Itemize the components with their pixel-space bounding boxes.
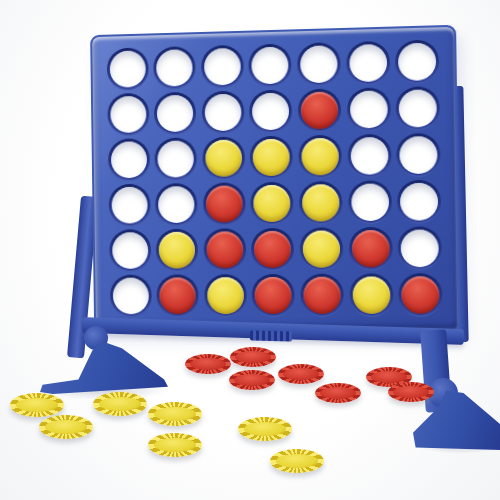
empty-hole — [398, 42, 436, 80]
empty-hole — [399, 89, 437, 127]
yellow-disc — [253, 138, 290, 176]
yellow-loose-disc[interactable] — [39, 415, 93, 439]
yellow-loose-disc[interactable] — [270, 449, 324, 473]
cell-r2-c1[interactable] — [107, 92, 149, 135]
board-grid — [104, 37, 446, 318]
red-loose-disc[interactable] — [185, 354, 231, 374]
empty-hole — [205, 93, 242, 131]
cell-r4-c1[interactable] — [108, 183, 150, 226]
cell-r2-c3[interactable] — [202, 90, 245, 134]
cell-r4-c7[interactable] — [397, 179, 442, 223]
empty-hole — [350, 136, 388, 174]
cell-r4-c3[interactable] — [203, 182, 246, 225]
yellow-disc — [207, 277, 244, 314]
cell-r6-c4[interactable] — [252, 273, 295, 316]
empty-hole — [252, 46, 289, 84]
red-loose-disc[interactable] — [230, 347, 276, 367]
yellow-loose-disc[interactable] — [93, 392, 147, 416]
red-disc — [303, 276, 341, 313]
empty-hole — [351, 183, 389, 221]
cell-r3-c2[interactable] — [155, 137, 198, 180]
empty-hole — [158, 140, 195, 177]
cell-r5-c2[interactable] — [156, 228, 199, 271]
disc-release-slider[interactable] — [250, 330, 292, 341]
cell-r5-c7[interactable] — [398, 226, 443, 270]
cell-r5-c6[interactable] — [348, 226, 392, 270]
yellow-disc — [302, 184, 340, 222]
red-loose-disc[interactable] — [278, 364, 324, 384]
cell-r3-c5[interactable] — [298, 134, 342, 178]
board-frame — [90, 25, 460, 332]
empty-hole — [111, 141, 147, 178]
red-loose-disc[interactable] — [315, 383, 361, 403]
empty-hole — [111, 186, 147, 223]
red-loose-disc[interactable] — [229, 370, 275, 390]
cell-r5-c1[interactable] — [109, 229, 151, 272]
cell-r4-c2[interactable] — [155, 183, 198, 226]
cell-r2-c4[interactable] — [249, 89, 292, 133]
empty-hole — [399, 136, 437, 174]
cell-r3-c3[interactable] — [202, 136, 245, 179]
yellow-disc — [301, 137, 339, 175]
red-disc — [255, 276, 292, 313]
empty-hole — [349, 43, 387, 81]
empty-hole — [157, 94, 194, 131]
empty-hole — [112, 232, 148, 269]
cell-r1-c4[interactable] — [249, 43, 292, 87]
empty-hole — [156, 49, 193, 87]
red-disc — [206, 185, 243, 222]
yellow-loose-disc[interactable] — [148, 433, 202, 457]
cell-r2-c5[interactable] — [298, 88, 342, 132]
cell-r6-c3[interactable] — [204, 274, 247, 317]
red-disc — [254, 230, 291, 267]
yellow-disc — [352, 276, 390, 313]
red-disc — [351, 229, 389, 267]
cell-r1-c2[interactable] — [153, 46, 196, 90]
yellow-disc — [254, 184, 291, 221]
cell-r6-c6[interactable] — [349, 273, 393, 317]
yellow-disc — [159, 231, 196, 268]
empty-hole — [112, 277, 148, 314]
connect-four-photo — [0, 0, 500, 500]
yellow-loose-disc[interactable] — [10, 393, 64, 417]
red-disc — [206, 231, 243, 268]
yellow-loose-disc[interactable] — [148, 402, 202, 426]
cell-r6-c2[interactable] — [157, 274, 200, 317]
cell-r3-c4[interactable] — [250, 135, 293, 179]
cell-r6-c7[interactable] — [398, 273, 443, 317]
cell-r2-c6[interactable] — [346, 87, 390, 131]
cell-r1-c5[interactable] — [297, 42, 341, 86]
red-disc — [401, 276, 439, 314]
cell-r5-c4[interactable] — [251, 227, 294, 270]
yellow-disc — [205, 139, 242, 176]
empty-hole — [401, 229, 439, 267]
red-loose-disc[interactable] — [388, 382, 434, 402]
cell-r1-c1[interactable] — [106, 47, 148, 90]
empty-hole — [400, 182, 438, 220]
empty-hole — [204, 47, 241, 85]
cell-r4-c4[interactable] — [251, 181, 294, 225]
cell-r6-c1[interactable] — [110, 274, 152, 317]
cell-r4-c5[interactable] — [299, 181, 343, 225]
empty-hole — [350, 90, 388, 128]
empty-hole — [252, 92, 289, 130]
yellow-loose-disc[interactable] — [238, 417, 292, 441]
cell-r3-c6[interactable] — [347, 133, 391, 177]
cell-r5-c3[interactable] — [203, 228, 246, 271]
empty-hole — [109, 50, 145, 87]
cell-r4-c6[interactable] — [348, 180, 392, 224]
stand-left-foot — [40, 342, 168, 394]
empty-hole — [110, 95, 146, 132]
red-disc — [301, 91, 339, 129]
cell-r3-c1[interactable] — [108, 138, 150, 181]
cell-r1-c6[interactable] — [346, 40, 390, 84]
cell-r2-c2[interactable] — [154, 91, 197, 134]
empty-hole — [300, 45, 338, 83]
yellow-disc — [303, 230, 341, 267]
cell-r6-c5[interactable] — [300, 273, 344, 316]
red-disc — [160, 277, 197, 314]
cell-r1-c3[interactable] — [201, 44, 244, 88]
empty-hole — [158, 186, 195, 223]
cell-r3-c7[interactable] — [396, 132, 441, 176]
cell-r1-c7[interactable] — [395, 39, 440, 84]
cell-r2-c7[interactable] — [396, 86, 441, 131]
cell-r5-c5[interactable] — [300, 227, 344, 271]
